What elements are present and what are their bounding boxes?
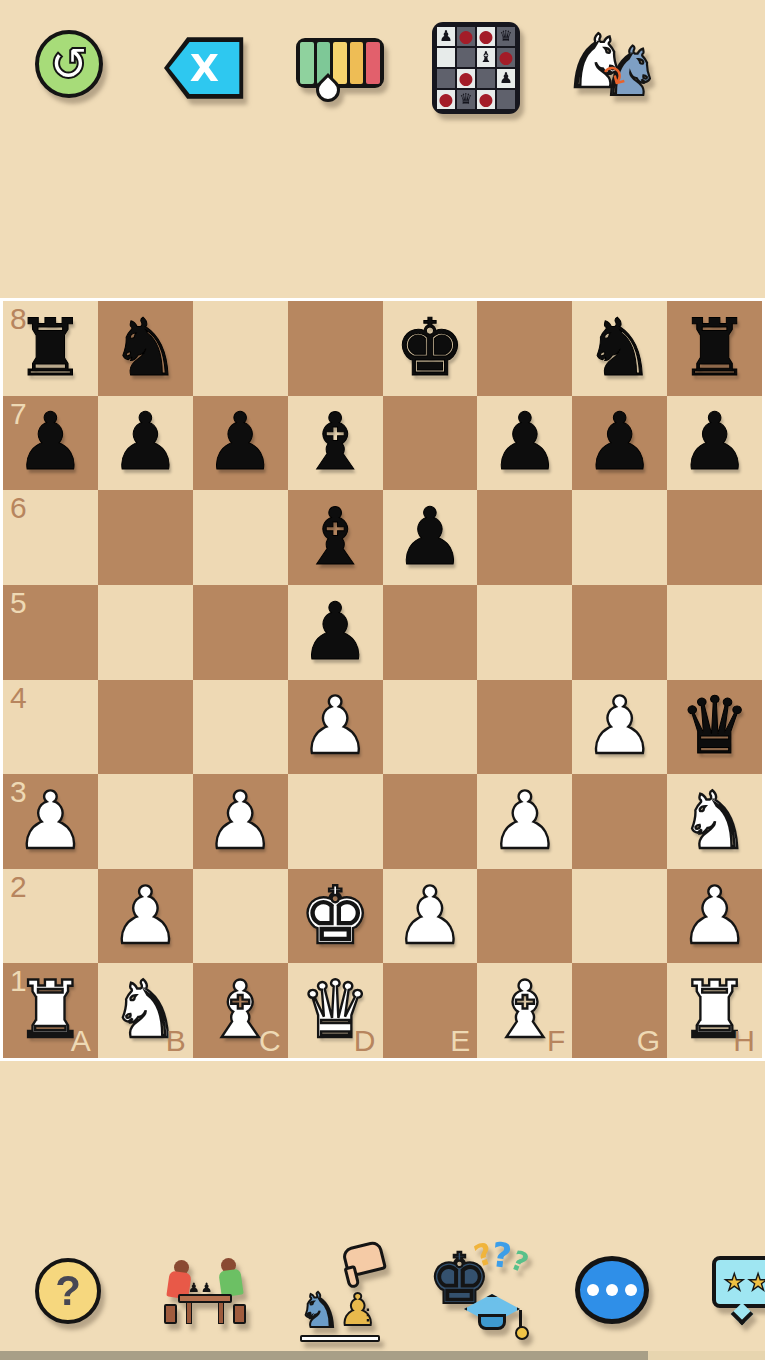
black-bishop-d6[interactable]: ♝: [300, 498, 371, 577]
chess-board: 8♜♞♚♞♜7♟♟♟♝♟♟♟6♝♟5♟4♟♟♛3♟♟♟♞2♟♚♟♟1A♜B♞C♝…: [3, 301, 762, 1058]
white-knight-h3[interactable]: ♞: [679, 782, 750, 861]
square-e8[interactable]: ♚: [383, 301, 478, 396]
file-label-C: C: [259, 1026, 281, 1056]
app-screen: ↺ X ♟●●♛♝●●♟●♛● ♞ ♞ ↷ 8♜♞♚♞♜7♟♟♟♝♟♟♟6♝♟5…: [0, 0, 765, 1360]
square-e2[interactable]: ♟: [383, 869, 478, 964]
square-a6[interactable]: 6: [3, 490, 98, 585]
exit-button[interactable]: X: [164, 36, 244, 100]
white-pawn-c3[interactable]: ♟: [205, 782, 276, 861]
bottom-bar-right-segment: [648, 1351, 765, 1360]
square-h8[interactable]: ♜: [667, 301, 762, 396]
white-pawn-h2[interactable]: ♟: [679, 877, 750, 956]
help-button[interactable]: ?: [35, 1258, 101, 1324]
black-rook-h8[interactable]: ♜: [679, 309, 750, 388]
meter-icon: [296, 38, 384, 88]
switch-sides-button[interactable]: ♞ ♞ ↷: [563, 22, 663, 114]
black-pawn-f7[interactable]: ♟: [489, 403, 560, 482]
black-pawn-c7[interactable]: ♟: [205, 403, 276, 482]
help-icon: ?: [35, 1258, 101, 1324]
difficulty-meter-button[interactable]: [296, 38, 384, 88]
black-knight-g8[interactable]: ♞: [584, 309, 655, 388]
square-b7[interactable]: ♟: [98, 396, 193, 491]
square-f5[interactable]: [477, 585, 572, 680]
square-c2[interactable]: [193, 869, 288, 964]
board-setup-button[interactable]: ♞ ♟ ⋮: [298, 1244, 386, 1342]
black-pawn-h7[interactable]: ♟: [679, 403, 750, 482]
black-knight-b8[interactable]: ♞: [110, 309, 181, 388]
meter-bar-5: [366, 42, 380, 84]
mini-board-cell-1: ♟: [437, 27, 455, 46]
hand-placing-piece-icon: ♞ ♟ ⋮: [298, 1244, 386, 1342]
rank-label-8: 8: [10, 304, 27, 334]
restart-icon: ↺: [35, 30, 103, 98]
black-king-e8[interactable]: ♚: [395, 309, 466, 388]
file-label-D: D: [354, 1026, 376, 1056]
mini-board-cell-6: [457, 48, 475, 67]
square-a3[interactable]: 3♟: [3, 774, 98, 869]
back-x-icon-fill: X: [169, 41, 240, 95]
square-d7[interactable]: ♝: [288, 396, 383, 491]
red-dot: ●: [439, 91, 454, 108]
square-g4[interactable]: ♟: [572, 680, 667, 775]
square-g5[interactable]: [572, 585, 667, 680]
square-b6[interactable]: [98, 490, 193, 585]
black-pawn-b7[interactable]: ♟: [110, 403, 181, 482]
square-c3[interactable]: ♟: [193, 774, 288, 869]
mini-board-cell-13: ●: [437, 90, 455, 109]
white-pawn-d4[interactable]: ♟: [300, 687, 371, 766]
two-player-button[interactable]: ♟♟: [162, 1254, 248, 1328]
file-label-E: E: [450, 1026, 470, 1056]
square-f6[interactable]: [477, 490, 572, 585]
square-c5[interactable]: [193, 585, 288, 680]
square-c8[interactable]: [193, 301, 288, 396]
white-pawn-f3[interactable]: ♟: [489, 782, 560, 861]
file-label-B: B: [166, 1026, 186, 1056]
red-dot: ●: [499, 49, 514, 66]
square-e4[interactable]: [383, 680, 478, 775]
square-h2[interactable]: ♟: [667, 869, 762, 964]
square-g8[interactable]: ♞: [572, 301, 667, 396]
file-label-G: G: [637, 1026, 660, 1056]
mini-piece-glyph: ♟: [439, 29, 452, 44]
positions-button[interactable]: ♟●●♛♝●●♟●♛●: [432, 22, 520, 114]
two-players-icon: ♟♟: [162, 1254, 248, 1328]
red-dot: ●: [479, 91, 494, 108]
square-a5[interactable]: 5: [3, 585, 98, 680]
more-options-button[interactable]: [575, 1256, 649, 1324]
red-dot: ●: [459, 70, 474, 87]
square-d6[interactable]: ♝: [288, 490, 383, 585]
table-leg: [186, 1302, 192, 1324]
mini-piece-glyph: ♛: [499, 29, 512, 44]
square-e3[interactable]: [383, 774, 478, 869]
black-pawn-e6[interactable]: ♟: [395, 498, 466, 577]
square-a2[interactable]: 2: [3, 869, 98, 964]
mini-board-cell-10: ●: [457, 69, 475, 88]
square-c7[interactable]: ♟: [193, 396, 288, 491]
mini-board-cell-7: ♝: [477, 48, 495, 67]
graduation-cap-base: [478, 1314, 506, 1330]
square-d1[interactable]: D♛: [288, 963, 383, 1058]
setup-baseline: [300, 1335, 380, 1342]
back-x-icon: X: [164, 36, 244, 100]
red-dot: ●: [459, 28, 474, 45]
square-f3[interactable]: ♟: [477, 774, 572, 869]
learn-button[interactable]: ♚ ? ? ?: [428, 1238, 528, 1346]
square-h7[interactable]: ♟: [667, 396, 762, 491]
mini-piece-glyph: ♛: [459, 92, 472, 107]
square-f1[interactable]: F♝: [477, 963, 572, 1058]
ellipsis-icon: [575, 1256, 649, 1324]
square-b3[interactable]: [98, 774, 193, 869]
mini-board-cell-8: ●: [497, 48, 515, 67]
restart-button[interactable]: ↺: [35, 30, 103, 98]
white-pawn-b2[interactable]: ♟: [110, 877, 181, 956]
dot: [587, 1284, 599, 1296]
square-b1[interactable]: B♞: [98, 963, 193, 1058]
square-h1[interactable]: H♜: [667, 963, 762, 1058]
square-h4[interactable]: ♛: [667, 680, 762, 775]
square-g3[interactable]: [572, 774, 667, 869]
bottom-bar-left-segment: [0, 1351, 648, 1360]
mini-board-cell-9: [437, 69, 455, 88]
rank-label-5: 5: [10, 588, 27, 618]
bottom-system-bar: [0, 1351, 765, 1360]
x-glyph: X: [190, 46, 219, 90]
meter-bar-3: [333, 42, 347, 84]
square-h5[interactable]: [667, 585, 762, 680]
rank-label-2: 2: [10, 872, 27, 902]
mini-board-cell-14: ♛: [457, 90, 475, 109]
graduation-cap-tassel: [519, 1310, 522, 1332]
square-b8[interactable]: ♞: [98, 301, 193, 396]
black-bishop-d7[interactable]: ♝: [300, 403, 371, 482]
meter-bar-1: [300, 42, 314, 84]
mini-board-icon: ♟●●♛♝●●♟●♛●: [432, 22, 520, 114]
meter-bar-4: [350, 42, 364, 84]
square-e6[interactable]: ♟: [383, 490, 478, 585]
square-d2[interactable]: ♚: [288, 869, 383, 964]
square-d3[interactable]: [288, 774, 383, 869]
square-b4[interactable]: [98, 680, 193, 775]
mini-board-cell-15: ●: [477, 90, 495, 109]
star-icon: ★: [748, 1271, 765, 1294]
black-pawn-g7[interactable]: ♟: [584, 403, 655, 482]
learn-icon: ♚ ? ? ?: [428, 1238, 528, 1346]
setup-knight-glyph: ♞: [298, 1286, 341, 1334]
mini-board-cell-4: ♛: [497, 27, 515, 46]
table-leg: [218, 1302, 224, 1324]
file-label-F: F: [547, 1026, 565, 1056]
file-label-A: A: [71, 1026, 91, 1056]
rate-button[interactable]: ★ ★ ★: [712, 1256, 765, 1322]
rank-label-4: 4: [10, 683, 27, 713]
two-knights-icon: ♞ ♞ ↷: [563, 22, 663, 114]
black-pawn-d5[interactable]: ♟: [300, 593, 371, 672]
square-h3[interactable]: ♞: [667, 774, 762, 869]
square-g7[interactable]: ♟: [572, 396, 667, 491]
square-f8[interactable]: [477, 301, 572, 396]
mini-board-cell-11: [477, 69, 495, 88]
dot: [625, 1284, 637, 1296]
white-pawn-e2[interactable]: ♟: [395, 877, 466, 956]
red-dot: ●: [479, 28, 494, 45]
black-queen-h4[interactable]: ♛: [679, 687, 750, 766]
stool-left: [164, 1304, 177, 1324]
mini-board-cell-5: [437, 48, 455, 67]
square-c6[interactable]: [193, 490, 288, 585]
square-f7[interactable]: ♟: [477, 396, 572, 491]
restart-arrow-glyph: ↺: [50, 41, 89, 87]
square-c4[interactable]: [193, 680, 288, 775]
rank-label-6: 6: [10, 493, 27, 523]
square-f4[interactable]: [477, 680, 572, 775]
square-d5[interactable]: ♟: [288, 585, 383, 680]
mini-piece-glyph: ♟: [499, 71, 512, 86]
square-e7[interactable]: [383, 396, 478, 491]
mini-piece-glyph: ♝: [479, 50, 492, 65]
rank-label-1: 1: [10, 966, 27, 996]
table-pieces-glyphs: ♟♟: [188, 1280, 213, 1295]
square-b5[interactable]: [98, 585, 193, 680]
square-g2[interactable]: [572, 869, 667, 964]
square-h6[interactable]: [667, 490, 762, 585]
mini-board-cell-16: [497, 90, 515, 109]
rate-stars-icon: ★ ★ ★: [712, 1256, 765, 1322]
mini-board-cell-12: ♟: [497, 69, 515, 88]
square-b2[interactable]: ♟: [98, 869, 193, 964]
square-d8[interactable]: [288, 301, 383, 396]
square-e5[interactable]: [383, 585, 478, 680]
setup-dotted-line: ⋮: [360, 1305, 376, 1324]
file-label-H: H: [733, 1026, 755, 1056]
star-icon: ★: [724, 1271, 745, 1294]
square-f2[interactable]: [477, 869, 572, 964]
square-g1[interactable]: G: [572, 963, 667, 1058]
speech-bubble: ★ ★ ★: [712, 1256, 765, 1308]
square-c1[interactable]: C♝: [193, 963, 288, 1058]
rank-label-7: 7: [10, 399, 27, 429]
white-pawn-g4[interactable]: ♟: [584, 687, 655, 766]
chess-board-frame: 8♜♞♚♞♜7♟♟♟♝♟♟♟6♝♟5♟4♟♟♛3♟♟♟♞2♟♚♟♟1A♜B♞C♝…: [0, 298, 765, 1061]
white-king-d2[interactable]: ♚: [300, 877, 371, 956]
square-a7[interactable]: 7♟: [3, 396, 98, 491]
square-a1[interactable]: 1A♜: [3, 963, 98, 1058]
square-g6[interactable]: [572, 490, 667, 585]
mini-board-cell-2: ●: [457, 27, 475, 46]
square-e1[interactable]: E: [383, 963, 478, 1058]
mini-board-cell-3: ●: [477, 27, 495, 46]
stool-right: [233, 1304, 246, 1324]
square-a8[interactable]: 8♜: [3, 301, 98, 396]
square-d4[interactable]: ♟: [288, 680, 383, 775]
rank-label-3: 3: [10, 777, 27, 807]
dot: [606, 1284, 618, 1296]
question-mark-glyph: ?: [55, 1267, 81, 1315]
square-a4[interactable]: 4: [3, 680, 98, 775]
